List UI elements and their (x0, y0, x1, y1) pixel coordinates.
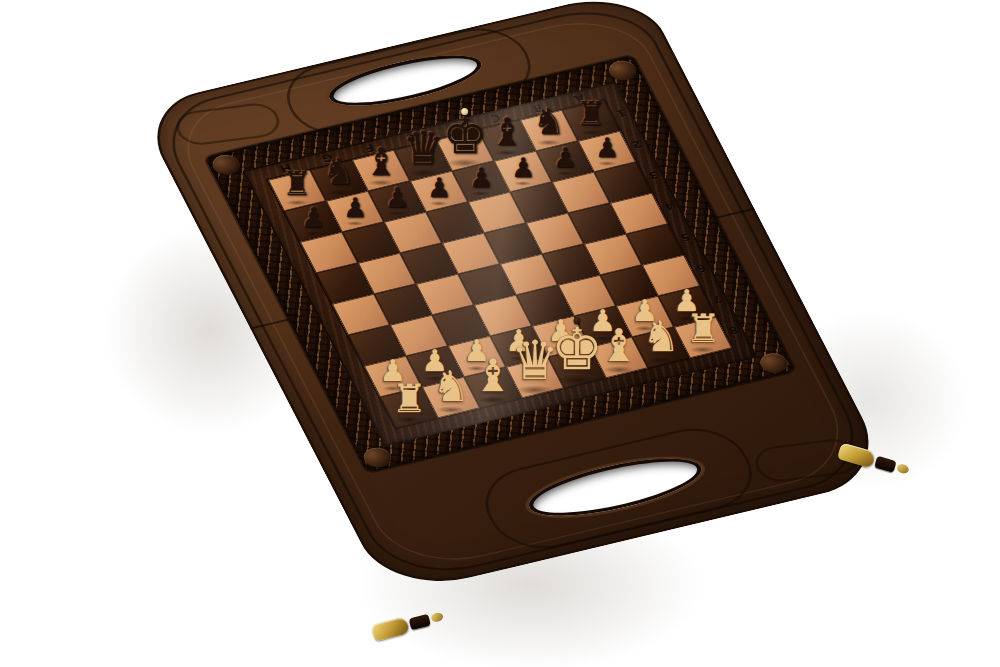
knight-glyph: ♞ (323, 154, 355, 190)
piece-white-knight-g8[interactable]: ♞ (432, 365, 470, 407)
knight-glyph: ♞ (642, 315, 680, 357)
piece-white-rook-h8[interactable]: ♜ (392, 378, 427, 417)
piece-black-knight-g1[interactable]: ♞ (323, 154, 355, 190)
knight-glyph: ♞ (432, 365, 470, 407)
piece-white-knight-b8[interactable]: ♞ (642, 315, 680, 357)
latch-hook-icon (408, 613, 430, 629)
pawn-glyph: ♟ (595, 134, 619, 161)
piece-black-pawn-g2[interactable]: ♟ (343, 194, 367, 221)
piece-black-king-d1[interactable]: ♚ (443, 111, 488, 161)
queen-glyph: ♛ (511, 334, 559, 388)
piece-black-pawn-f2[interactable]: ♟ (385, 184, 409, 211)
piece-white-bishop-c8[interactable]: ♝ (599, 322, 639, 367)
brass-latch-bottom (371, 608, 445, 642)
king-finial-icon (461, 108, 468, 115)
piece-black-pawn-h2[interactable]: ♟ (301, 204, 325, 231)
piece-black-bishop-f1[interactable]: ♝ (364, 142, 398, 180)
pawn-glyph: ♟ (301, 204, 325, 231)
pawn-glyph: ♟ (469, 164, 493, 191)
bishop-glyph: ♝ (364, 142, 398, 180)
product-photo-canvas: ABCDEFGH12345678 ♜♞♝♚♛♝♞♜♟♟♟♟♟♟♟♟♟♟♟♟♟♟♟… (0, 0, 1000, 667)
latch-pin-icon (896, 463, 910, 475)
piece-white-queen-e8[interactable]: ♛ (511, 334, 559, 388)
pawn-glyph: ♟ (553, 144, 577, 171)
pawn-glyph: ♟ (511, 154, 535, 181)
pawn-glyph: ♟ (427, 174, 451, 201)
piece-black-bishop-c1[interactable]: ♝ (490, 112, 524, 150)
piece-black-pawn-c2[interactable]: ♟ (511, 154, 535, 181)
piece-black-pawn-d2[interactable]: ♟ (469, 164, 493, 191)
king-finial-icon (574, 317, 581, 324)
piece-black-rook-h1[interactable]: ♜ (282, 167, 312, 200)
piece-black-pawn-b2[interactable]: ♟ (553, 144, 577, 171)
rook-glyph: ♜ (282, 167, 312, 200)
piece-white-bishop-f8[interactable]: ♝ (473, 352, 513, 397)
rook-glyph: ♜ (576, 97, 606, 130)
piece-white-rook-a8[interactable]: ♜ (686, 308, 721, 347)
latch-hook-icon (874, 455, 897, 472)
rook-glyph: ♜ (686, 308, 721, 347)
bishop-glyph: ♝ (473, 352, 513, 397)
knight-glyph: ♞ (533, 104, 565, 140)
latch-clasp-icon (371, 616, 410, 641)
latch-pin-icon (430, 611, 444, 623)
piece-black-pawn-a2[interactable]: ♟ (595, 134, 619, 161)
rook-glyph: ♜ (392, 378, 427, 417)
piece-black-pawn-e2[interactable]: ♟ (427, 174, 451, 201)
bishop-glyph: ♝ (599, 322, 639, 367)
pawn-glyph: ♟ (385, 184, 409, 211)
queen-glyph: ♛ (402, 124, 443, 170)
piece-black-rook-a1[interactable]: ♜ (576, 97, 606, 130)
bishop-glyph: ♝ (490, 112, 524, 150)
king-glyph: ♚ (443, 111, 488, 161)
pawn-glyph: ♟ (343, 194, 367, 221)
piece-black-queen-e1[interactable]: ♛ (402, 124, 443, 170)
piece-black-knight-b1[interactable]: ♞ (533, 104, 565, 140)
